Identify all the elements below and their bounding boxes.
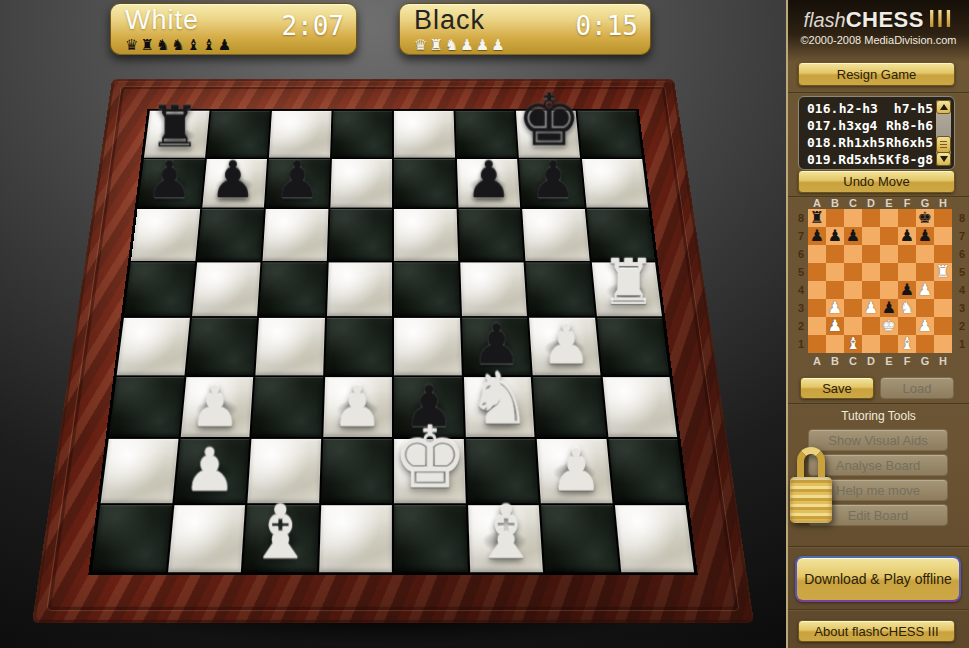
mini-square-a2: [808, 317, 826, 335]
move-text: Rh6xh5: [886, 134, 933, 151]
piece-black-pawn-g7[interactable]: ♟: [530, 156, 576, 205]
move-list: 016.h2-h3h7-h5017.h3xg4Rh8-h6018.Rh1xh5R…: [798, 96, 955, 170]
square-c3[interactable]: [252, 377, 323, 437]
move-text: h3xg4: [838, 117, 886, 134]
save-button[interactable]: Save: [800, 377, 874, 399]
mini-square-b3: ♟: [826, 299, 844, 317]
download-play-offline-button[interactable]: Download & Play offline: [795, 556, 961, 602]
mini-piece-black-pawn-b7: ♟: [828, 228, 842, 244]
mini-piece-black-pawn-a7: ♟: [810, 228, 824, 244]
mini-square-a5: [808, 263, 826, 281]
mini-square-f1: ♝: [898, 335, 916, 353]
mini-square-g5: [916, 263, 934, 281]
mini-square-e7: [880, 227, 898, 245]
move-text: Rh8-h6: [886, 117, 933, 134]
square-h7[interactable]: [581, 159, 648, 208]
file-label-E: E: [880, 197, 898, 209]
mini-board-file-labels-top: ABCDEFGH: [808, 197, 952, 209]
mini-square-a7: ♟: [808, 227, 826, 245]
padlock-icon: [790, 447, 832, 523]
about-button[interactable]: About flashCHESS III: [798, 620, 955, 642]
square-c1[interactable]: ♝: [243, 505, 318, 573]
mini-square-d7: [862, 227, 880, 245]
mini-piece-black-pawn-f7: ♟: [900, 228, 914, 244]
move-row: 016.h2-h3h7-h5: [807, 100, 933, 117]
square-d7[interactable]: [330, 159, 392, 208]
square-b2[interactable]: ♟: [174, 439, 249, 503]
mini-square-e6: [880, 245, 898, 263]
mini-square-f5: [898, 263, 916, 281]
mini-square-e3: ♟: [880, 299, 898, 317]
mini-board: ♜♚♟♟♟♟♟♜♟♟♟♟♟♞♟♚♟♝♝: [808, 209, 952, 353]
mini-square-g4: ♟: [916, 281, 934, 299]
square-b8[interactable]: [207, 111, 271, 157]
mini-square-h8: [934, 209, 952, 227]
piece-white-pawn-b3[interactable]: ♟: [190, 379, 241, 433]
square-h4[interactable]: [597, 318, 670, 375]
load-button: Load: [880, 377, 954, 399]
square-f8[interactable]: [455, 111, 517, 157]
mini-piece-white-pawn-g4: ♟: [918, 282, 932, 298]
square-f5[interactable]: [460, 262, 527, 316]
square-g1[interactable]: [541, 505, 619, 573]
move-list-scrollbar[interactable]: [936, 100, 951, 166]
square-a3[interactable]: [109, 377, 184, 437]
square-b5[interactable]: [192, 262, 261, 316]
square-a5[interactable]: [124, 262, 195, 316]
mini-square-c4: [844, 281, 862, 299]
mini-piece-white-rook-h5: ♜: [936, 264, 950, 280]
mini-square-c8: [844, 209, 862, 227]
square-c4[interactable]: [255, 318, 324, 375]
square-f7[interactable]: ♟: [456, 159, 520, 208]
move-text: h7-h5: [894, 100, 933, 117]
file-label-E: E: [880, 355, 898, 367]
rank-label-7: 7: [957, 227, 967, 245]
move-text: 017.: [807, 117, 838, 134]
mini-piece-white-knight-f3: ♞: [900, 300, 914, 316]
tutoring-tools-title: Tutoring Tools: [788, 409, 969, 423]
sidebar: flashCHESS III ©2000-2008 MediaDivision.…: [786, 0, 969, 648]
mini-square-f2: [898, 317, 916, 335]
rank-label-1: 1: [957, 335, 967, 353]
piece-white-bishop-f1[interactable]: ♝: [473, 498, 539, 568]
black-clock-bar: Black 0:15 ♛♜♞♟♟♟: [399, 3, 651, 55]
logo-chess: CHESS: [846, 7, 924, 32]
file-label-G: G: [916, 197, 934, 209]
mini-square-g7: ♟: [916, 227, 934, 245]
mini-board-rank-labels-left: 87654321: [796, 209, 806, 353]
move-text: 018.: [807, 134, 838, 151]
mini-square-h1: [934, 335, 952, 353]
white-captured-pieces: ♛♜♞♞♝♝♟: [125, 37, 233, 52]
move-text: 019.: [807, 151, 838, 168]
undo-move-button[interactable]: Undo Move: [798, 170, 955, 193]
move-row: 018.Rh1xh5Rh6xh5: [807, 134, 933, 151]
black-player-label: Black: [414, 5, 485, 36]
white-clock-bar: White 2:07 ♛♜♞♞♝♝♟: [110, 3, 357, 55]
file-label-F: F: [898, 355, 916, 367]
square-c7[interactable]: ♟: [266, 159, 330, 208]
captured-white-queen-icon: ♛: [414, 37, 429, 52]
mini-square-c5: [844, 263, 862, 281]
scroll-down-button[interactable]: [936, 152, 951, 166]
logo-flash: flash: [803, 9, 845, 31]
file-label-D: D: [862, 355, 880, 367]
captured-white-pawn-icon: ♟: [460, 37, 475, 52]
mini-piece-white-pawn-g2: ♟: [918, 318, 932, 334]
move-text: 016.: [807, 100, 839, 117]
square-g4[interactable]: ♟: [529, 318, 600, 375]
chess-board-3d: ♜♚♟♟♟♟♟♜♟♟♟♟♟♞♟♚♟♝♝: [32, 79, 754, 623]
mini-piece-black-rook-a8: ♜: [810, 210, 824, 226]
mini-board-rank-labels-right: 87654321: [957, 209, 967, 353]
piece-black-pawn-a7[interactable]: ♟: [146, 156, 192, 205]
square-a4[interactable]: [117, 318, 190, 375]
black-captured-pieces: ♛♜♞♟♟♟: [414, 37, 507, 52]
mini-square-d4: [862, 281, 880, 299]
file-label-F: F: [898, 197, 916, 209]
mini-square-d1: [862, 335, 880, 353]
mini-square-d8: [862, 209, 880, 227]
file-label-H: H: [934, 197, 952, 209]
copyright-text: ©2000-2008 MediaDivision.com: [788, 34, 969, 46]
mini-square-f8: [898, 209, 916, 227]
resign-game-button[interactable]: Resign Game: [798, 62, 955, 86]
captured-white-knight-icon: ♞: [445, 37, 460, 52]
padlock-body: [790, 477, 832, 523]
square-h3[interactable]: [602, 377, 677, 437]
mini-square-g8: ♚: [916, 209, 934, 227]
piece-black-king-g8[interactable]: ♚: [517, 86, 582, 154]
file-label-A: A: [808, 197, 826, 209]
piece-black-pawn-f7[interactable]: ♟: [466, 156, 512, 205]
square-g8[interactable]: ♚: [516, 111, 580, 157]
rank-label-3: 3: [796, 299, 806, 317]
mini-square-e5: [880, 263, 898, 281]
mini-square-c1: ♝: [844, 335, 862, 353]
mini-piece-black-pawn-g7: ♟: [918, 228, 932, 244]
mini-square-g1: [916, 335, 934, 353]
triangle-up-icon: [940, 104, 948, 110]
captured-black-rook-icon: ♜: [140, 37, 155, 52]
board-front-edge: [38, 623, 749, 632]
square-g3[interactable]: [533, 377, 606, 437]
divider: [788, 403, 969, 405]
mini-piece-black-king-g8: ♚: [918, 210, 932, 226]
square-g2[interactable]: ♟: [537, 439, 612, 503]
square-g7[interactable]: ♟: [519, 159, 584, 208]
rank-label-4: 4: [796, 281, 806, 299]
mini-square-e2: ♚: [880, 317, 898, 335]
square-h5[interactable]: ♜: [591, 262, 662, 316]
mini-piece-white-pawn-b2: ♟: [828, 318, 842, 334]
divider: [788, 609, 969, 611]
rank-label-6: 6: [957, 245, 967, 263]
square-h1[interactable]: [614, 505, 694, 573]
square-a6[interactable]: [131, 209, 200, 260]
file-label-G: G: [916, 355, 934, 367]
square-h2[interactable]: [608, 439, 685, 503]
captured-white-rook-icon: ♜: [429, 37, 444, 52]
square-e5[interactable]: [394, 262, 459, 316]
piece-white-pawn-g4[interactable]: ♟: [541, 319, 591, 372]
mini-square-d3: ♟: [862, 299, 880, 317]
mini-piece-white-king-e2: ♚: [882, 318, 896, 334]
square-c5[interactable]: [259, 262, 326, 316]
piece-white-knight-f3[interactable]: ♞: [468, 365, 532, 433]
mini-piece-black-pawn-e3: ♟: [882, 300, 896, 316]
file-label-D: D: [862, 197, 880, 209]
mini-board-file-labels-bottom: ABCDEFGH: [808, 355, 952, 367]
mini-square-f7: ♟: [898, 227, 916, 245]
rank-label-8: 8: [957, 209, 967, 227]
flashchess-app: White 2:07 ♛♜♞♞♝♝♟ Black 0:15 ♛♜♞♟♟♟ ♜♚♟…: [0, 0, 969, 648]
square-d4[interactable]: [325, 318, 392, 375]
mini-square-c6: [844, 245, 862, 263]
mini-piece-black-pawn-f4: ♟: [900, 282, 914, 298]
mini-square-b2: ♟: [826, 317, 844, 335]
board-squares: ♜♚♟♟♟♟♟♜♟♟♟♟♟♞♟♚♟♝♝: [88, 109, 698, 576]
mini-square-h6: [934, 245, 952, 263]
square-d3[interactable]: ♟: [323, 377, 392, 437]
square-e2[interactable]: ♚: [394, 439, 465, 503]
rank-label-7: 7: [796, 227, 806, 245]
mini-square-f3: ♞: [898, 299, 916, 317]
square-d2[interactable]: [321, 439, 392, 503]
mini-square-b1: [826, 335, 844, 353]
square-f1[interactable]: ♝: [467, 505, 542, 573]
square-f6[interactable]: [458, 209, 523, 260]
rank-label-5: 5: [796, 263, 806, 281]
mini-square-b7: ♟: [826, 227, 844, 245]
file-label-B: B: [826, 355, 844, 367]
captured-black-queen-icon: ♛: [125, 37, 140, 52]
square-a1[interactable]: [92, 505, 172, 573]
square-e8[interactable]: [394, 111, 455, 157]
mini-square-h2: [934, 317, 952, 335]
file-label-H: H: [934, 355, 952, 367]
square-b4[interactable]: [186, 318, 257, 375]
mini-square-h4: [934, 281, 952, 299]
square-a7[interactable]: ♟: [138, 159, 205, 208]
square-b7[interactable]: ♟: [202, 159, 267, 208]
mini-square-h3: [934, 299, 952, 317]
mini-square-g3: [916, 299, 934, 317]
logo-iii: III: [928, 6, 953, 32]
captured-black-bishop-icon: ♝: [202, 37, 217, 52]
square-f3[interactable]: ♞: [463, 377, 534, 437]
piece-white-pawn-b2[interactable]: ♟: [184, 443, 237, 499]
scrollbar-thumb[interactable]: [936, 136, 951, 153]
move-text: h2-h3: [839, 100, 894, 117]
mini-square-e4: [880, 281, 898, 299]
square-c6[interactable]: [263, 209, 328, 260]
file-label-B: B: [826, 197, 844, 209]
rank-label-2: 2: [796, 317, 806, 335]
rank-label-8: 8: [796, 209, 806, 227]
square-e7[interactable]: [394, 159, 456, 208]
square-e4[interactable]: [394, 318, 461, 375]
square-e1[interactable]: [394, 505, 467, 573]
captured-black-knight-icon: ♞: [156, 37, 171, 52]
mini-piece-white-bishop-f1: ♝: [900, 336, 914, 352]
mini-square-c2: [844, 317, 862, 335]
white-player-label: White: [125, 5, 199, 36]
piece-white-king-e2[interactable]: ♚: [392, 418, 468, 498]
square-g6[interactable]: [522, 209, 589, 260]
rank-label-2: 2: [957, 317, 967, 335]
square-d6[interactable]: [328, 209, 392, 260]
mini-square-h5: ♜: [934, 263, 952, 281]
captured-white-pawn-icon: ♟: [476, 37, 491, 52]
mini-square-e1: [880, 335, 898, 353]
triangle-down-icon: [940, 156, 948, 162]
square-d1[interactable]: [319, 505, 392, 573]
square-d5[interactable]: [327, 262, 392, 316]
move-row: 017.h3xg4Rh8-h6: [807, 117, 933, 134]
mini-square-a1: [808, 335, 826, 353]
mini-square-h7: [934, 227, 952, 245]
scroll-up-button[interactable]: [936, 100, 951, 114]
square-d8[interactable]: [331, 111, 392, 157]
mini-piece-white-pawn-d3: ♟: [864, 300, 878, 316]
black-clock-time: 0:15: [575, 11, 638, 41]
white-clock-time: 2:07: [281, 11, 344, 41]
divider: [788, 92, 969, 94]
captured-black-knight-icon: ♞: [171, 37, 186, 52]
mini-square-a6: [808, 245, 826, 263]
mini-square-c3: [844, 299, 862, 317]
piece-black-pawn-b7[interactable]: ♟: [210, 156, 256, 205]
mini-piece-black-pawn-c7: ♟: [846, 228, 860, 244]
mini-square-a3: [808, 299, 826, 317]
rank-label-5: 5: [957, 263, 967, 281]
mini-square-b5: [826, 263, 844, 281]
piece-white-rook-h5[interactable]: ♜: [601, 254, 656, 313]
move-text: Rd5xh5: [838, 151, 886, 168]
mini-square-e8: [880, 209, 898, 227]
mini-square-d6: [862, 245, 880, 263]
square-a8[interactable]: ♜: [144, 111, 209, 157]
square-e6[interactable]: [394, 209, 458, 260]
file-label-A: A: [808, 355, 826, 367]
piece-white-pawn-d3[interactable]: ♟: [332, 379, 383, 433]
mini-square-a8: ♜: [808, 209, 826, 227]
captured-black-bishop-icon: ♝: [187, 37, 202, 52]
move-rows: 016.h2-h3h7-h5017.h3xg4Rh8-h6018.Rh1xh5R…: [807, 100, 933, 168]
mini-square-g2: ♟: [916, 317, 934, 335]
rank-label-3: 3: [957, 299, 967, 317]
square-g5[interactable]: [526, 262, 595, 316]
mini-square-a4: [808, 281, 826, 299]
rank-label-6: 6: [796, 245, 806, 263]
mini-square-f6: [898, 245, 916, 263]
mini-square-d5: [862, 263, 880, 281]
move-row: 019.Rd5xh5Kf8-g8: [807, 151, 933, 168]
mini-piece-white-bishop-c1: ♝: [846, 336, 860, 352]
piece-black-rook-a8[interactable]: ♜: [149, 100, 200, 154]
app-logo: flashCHESS III: [788, 6, 969, 33]
piece-white-pawn-g2[interactable]: ♟: [550, 443, 603, 499]
rank-label-4: 4: [957, 281, 967, 299]
mini-square-b8: [826, 209, 844, 227]
rank-label-1: 1: [796, 335, 806, 353]
move-text: Kf8-g8: [886, 151, 933, 168]
mini-piece-white-pawn-b3: ♟: [828, 300, 842, 316]
square-b1[interactable]: [168, 505, 246, 573]
mini-square-c7: ♟: [844, 227, 862, 245]
mini-square-f4: ♟: [898, 281, 916, 299]
file-label-C: C: [844, 197, 862, 209]
piece-black-pawn-c7[interactable]: ♟: [274, 156, 320, 205]
mini-square-d2: [862, 317, 880, 335]
square-h8[interactable]: [577, 111, 642, 157]
mini-square-b6: [826, 245, 844, 263]
divider: [788, 546, 969, 548]
captured-white-pawn-icon: ♟: [491, 37, 506, 52]
mini-square-b4: [826, 281, 844, 299]
file-label-C: C: [844, 355, 862, 367]
square-b3[interactable]: ♟: [180, 377, 253, 437]
square-c8[interactable]: [269, 111, 331, 157]
square-b6[interactable]: [197, 209, 264, 260]
square-a2[interactable]: [101, 439, 178, 503]
move-text: Rh1xh5: [838, 134, 886, 151]
piece-white-bishop-c1[interactable]: ♝: [247, 498, 313, 568]
captured-black-pawn-icon: ♟: [218, 37, 233, 52]
mini-square-g6: [916, 245, 934, 263]
